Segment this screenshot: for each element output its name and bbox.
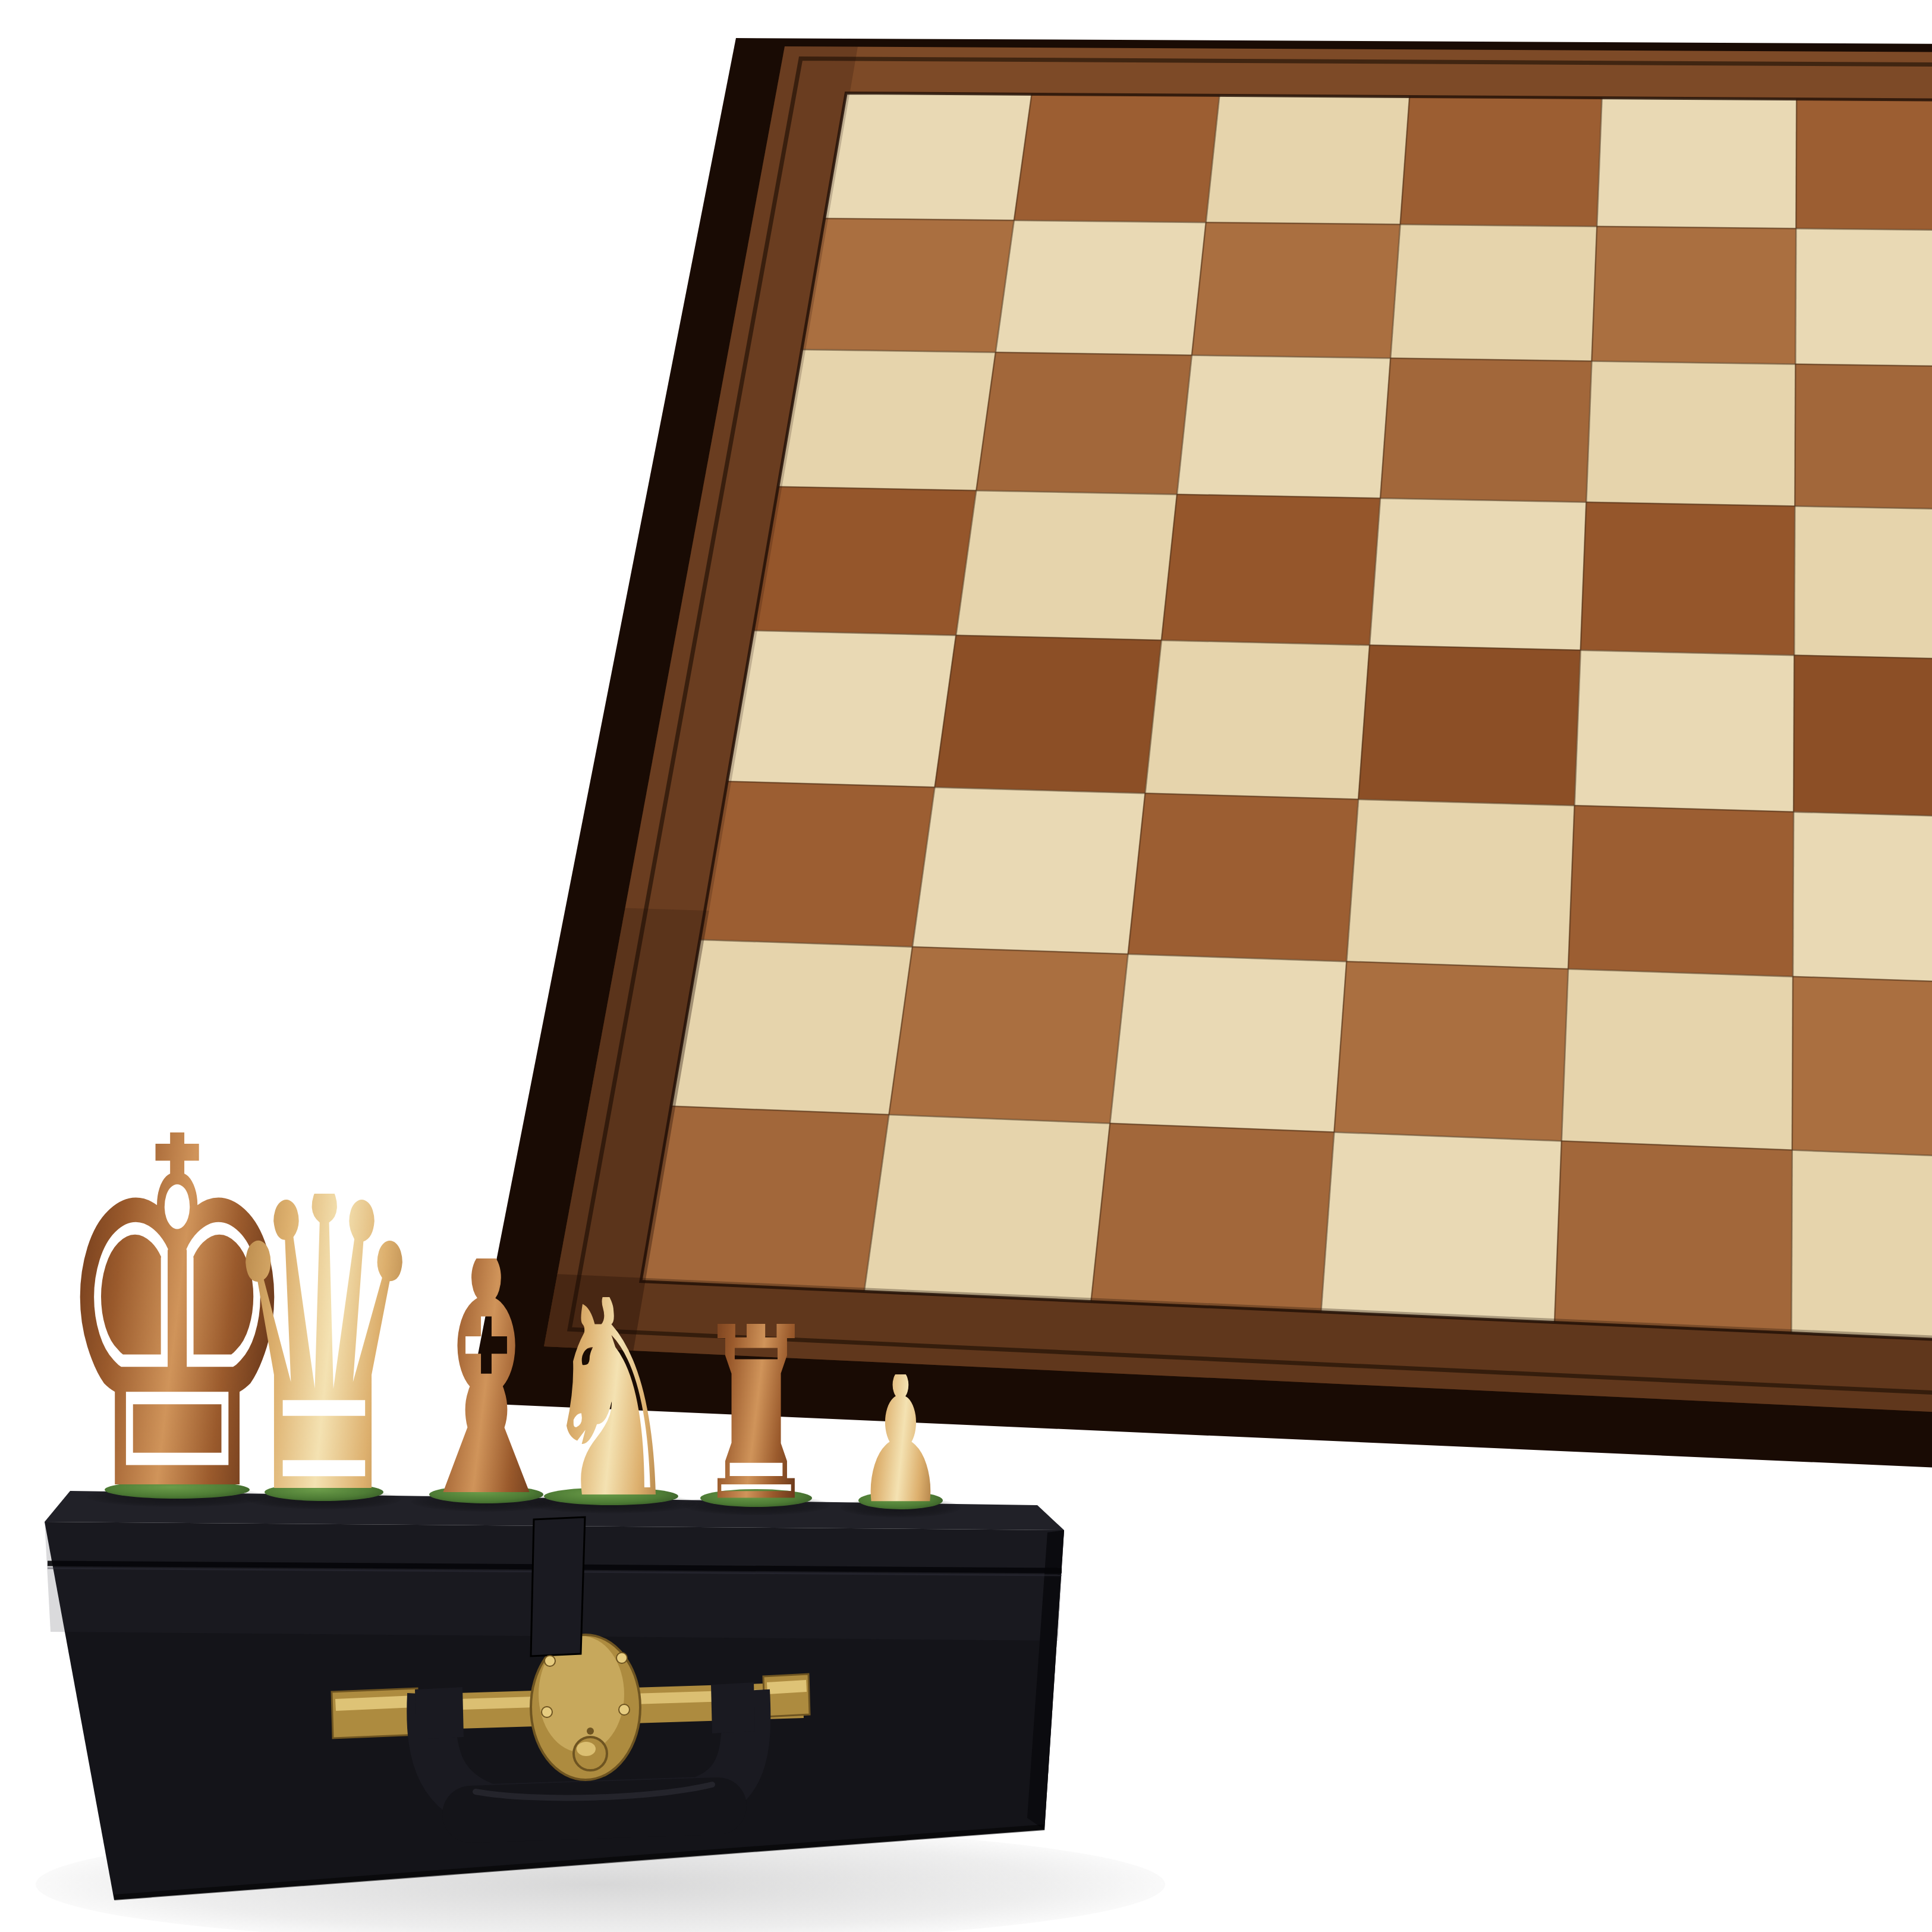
board-square [1358, 645, 1581, 805]
board-square [1581, 502, 1795, 655]
chess-piece-rook: ♜ [695, 1324, 818, 1502]
board-square [671, 940, 912, 1115]
board-square [1145, 640, 1370, 800]
handle-ferrule-left [332, 1688, 419, 1738]
board-square [1575, 650, 1795, 812]
chess-piece-pawn: ♟ [856, 1374, 946, 1505]
board-square [1380, 358, 1592, 502]
board-square [1793, 655, 1932, 818]
board-square [976, 353, 1192, 495]
board-square [1334, 961, 1568, 1141]
board-square [1562, 969, 1793, 1150]
board-square [1793, 812, 1932, 984]
board-square [1795, 364, 1932, 511]
chess-piece-knight: ♞ [542, 1297, 681, 1500]
board-square [1555, 1141, 1792, 1333]
board-square [1192, 222, 1401, 358]
board-square [1568, 805, 1793, 977]
board-square [1794, 506, 1932, 660]
board-square [727, 631, 956, 788]
board-square [1206, 95, 1410, 224]
board-square [1110, 954, 1346, 1132]
board-square [1795, 229, 1932, 367]
board-square [1370, 498, 1587, 650]
board-square [1586, 361, 1795, 506]
board-square [825, 93, 1032, 220]
board-square [753, 487, 976, 635]
board-square [956, 490, 1177, 640]
board-and-case-scene [0, 0, 1932, 1932]
board-square [1162, 495, 1380, 646]
board-square [1792, 977, 1932, 1159]
board-square [1091, 1124, 1334, 1312]
board-square [889, 947, 1128, 1124]
board-square [912, 787, 1145, 954]
board-square [864, 1115, 1110, 1301]
board-square [1390, 225, 1597, 361]
board-square [1346, 800, 1574, 969]
board-square [996, 221, 1206, 355]
board-square [1792, 1150, 1932, 1344]
board-square [1597, 98, 1796, 229]
board-square [934, 635, 1161, 794]
board-square [1592, 226, 1796, 364]
board-square [700, 781, 934, 946]
board-square [1321, 1132, 1562, 1322]
chess-piece-queen: ♛ [220, 1194, 428, 1496]
board-square [1796, 99, 1932, 231]
board-square [1128, 794, 1359, 962]
board-square [778, 350, 996, 490]
board-square [802, 218, 1014, 352]
board-square [1400, 97, 1601, 226]
board-square [1177, 355, 1390, 499]
board-square [1014, 94, 1220, 222]
